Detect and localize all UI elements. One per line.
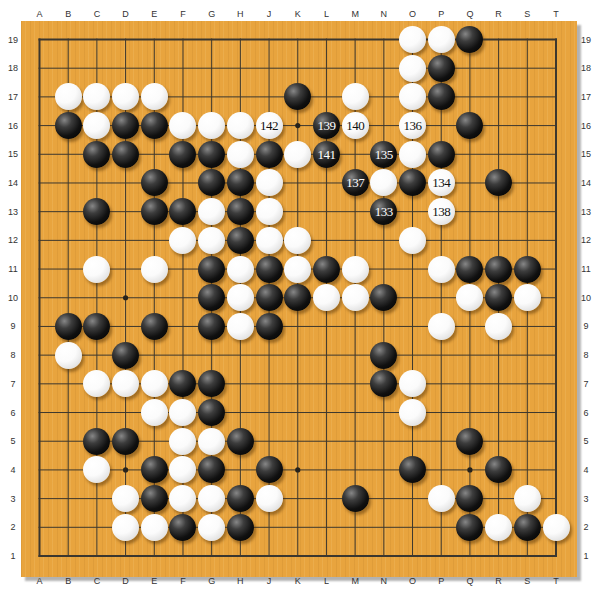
stone-black-G15[interactable]	[198, 141, 225, 168]
coord-label-top-J: J	[267, 9, 272, 19]
coord-label-top-C: C	[94, 9, 101, 19]
stone-white-J14[interactable]	[256, 169, 283, 196]
stone-black-H13[interactable]	[227, 198, 254, 225]
coord-label-left-9: 9	[10, 321, 15, 331]
coord-label-left-10: 10	[8, 293, 18, 303]
coord-label-top-N: N	[381, 9, 388, 19]
stone-black-G9[interactable]	[198, 313, 225, 340]
coord-label-left-12: 12	[8, 235, 18, 245]
coord-label-top-P: P	[438, 9, 444, 19]
stone-white-D3[interactable]	[112, 485, 139, 512]
coord-label-right-19: 19	[581, 35, 591, 45]
coord-label-bottom-A: A	[36, 576, 42, 586]
stone-black-R11[interactable]	[485, 256, 512, 283]
stone-black-J15[interactable]	[256, 141, 283, 168]
move-number-label: 138	[432, 205, 450, 218]
coord-label-bottom-D: D	[122, 576, 129, 586]
coord-label-right-9: 9	[583, 321, 588, 331]
stone-white-O12[interactable]	[399, 227, 426, 254]
stone-black-C15[interactable]	[83, 141, 110, 168]
stone-black-L16[interactable]: 139	[313, 112, 340, 139]
coord-label-right-14: 14	[581, 178, 591, 188]
stone-black-E3[interactable]	[141, 485, 168, 512]
coord-label-right-5: 5	[583, 436, 588, 446]
star-point-Q4	[467, 467, 472, 472]
stone-black-H2[interactable]	[227, 514, 254, 541]
stone-white-K12[interactable]	[284, 227, 311, 254]
coord-label-bottom-O: O	[409, 576, 416, 586]
stone-white-K11[interactable]	[284, 256, 311, 283]
stone-black-J9[interactable]	[256, 313, 283, 340]
stone-white-H9[interactable]	[227, 313, 254, 340]
coord-label-left-7: 7	[10, 379, 15, 389]
coord-label-top-A: A	[36, 9, 42, 19]
move-number-label: 139	[317, 119, 335, 132]
star-point-D4	[123, 467, 128, 472]
stone-black-S11[interactable]	[514, 256, 541, 283]
stone-black-D5[interactable]	[112, 428, 139, 455]
stone-white-B17[interactable]	[55, 83, 82, 110]
stone-black-Q2[interactable]	[456, 514, 483, 541]
coord-label-left-15: 15	[8, 149, 18, 159]
stone-black-J11[interactable]	[256, 256, 283, 283]
stone-white-O16[interactable]: 136	[399, 112, 426, 139]
coord-label-top-H: H	[237, 9, 244, 19]
coord-label-top-O: O	[409, 9, 416, 19]
move-number-label: 142	[260, 119, 278, 132]
coord-label-right-15: 15	[581, 149, 591, 159]
stone-white-R2[interactable]	[485, 514, 512, 541]
stone-black-E16[interactable]	[141, 112, 168, 139]
stone-black-H5[interactable]	[227, 428, 254, 455]
stone-black-E9[interactable]	[141, 313, 168, 340]
coord-label-top-R: R	[495, 9, 502, 19]
stone-white-O18[interactable]	[399, 55, 426, 82]
coord-label-left-18: 18	[8, 63, 18, 73]
move-number-label: 136	[404, 119, 422, 132]
coord-label-bottom-L: L	[324, 576, 329, 586]
stone-white-L10[interactable]	[313, 284, 340, 311]
stone-white-C11[interactable]	[83, 256, 110, 283]
coord-label-bottom-T: T	[553, 576, 559, 586]
coord-label-top-G: G	[208, 9, 215, 19]
stone-black-N15[interactable]: 135	[370, 141, 397, 168]
stone-black-Q5[interactable]	[456, 428, 483, 455]
coord-label-left-17: 17	[8, 92, 18, 102]
coord-label-left-6: 6	[10, 408, 15, 418]
coord-label-top-Q: Q	[466, 9, 473, 19]
move-number-label: 134	[432, 176, 450, 189]
stone-white-S10[interactable]	[514, 284, 541, 311]
stone-black-D16[interactable]	[112, 112, 139, 139]
stone-black-J4[interactable]	[256, 456, 283, 483]
coord-label-left-3: 3	[10, 494, 15, 504]
stone-white-H15[interactable]	[227, 141, 254, 168]
stone-white-M11[interactable]	[342, 256, 369, 283]
stone-white-H16[interactable]	[227, 112, 254, 139]
coord-label-bottom-G: G	[208, 576, 215, 586]
coord-label-left-11: 11	[8, 264, 17, 274]
coord-label-left-19: 19	[8, 35, 18, 45]
stone-white-J12[interactable]	[256, 227, 283, 254]
coord-label-top-B: B	[65, 9, 71, 19]
coord-label-bottom-E: E	[151, 576, 157, 586]
stone-white-P9[interactable]	[428, 313, 455, 340]
stone-white-K15[interactable]	[284, 141, 311, 168]
move-number-label: 140	[346, 119, 364, 132]
stone-black-E13[interactable]	[141, 198, 168, 225]
coord-label-left-8: 8	[10, 350, 15, 360]
coord-label-top-L: L	[324, 9, 329, 19]
stone-white-E6[interactable]	[141, 399, 168, 426]
go-board[interactable]: 142139140136141135137134133138	[21, 21, 577, 577]
coord-label-right-11: 11	[581, 264, 590, 274]
stone-black-P17[interactable]	[428, 83, 455, 110]
stone-black-M3[interactable]	[342, 485, 369, 512]
star-point-D10	[123, 295, 128, 300]
coord-label-top-D: D	[122, 9, 129, 19]
coord-label-bottom-F: F	[180, 576, 186, 586]
stone-black-H12[interactable]	[227, 227, 254, 254]
coord-label-left-4: 4	[10, 465, 15, 475]
coord-label-right-13: 13	[581, 207, 591, 217]
stone-black-H3[interactable]	[227, 485, 254, 512]
stone-black-N8[interactable]	[370, 342, 397, 369]
coord-label-top-E: E	[151, 9, 157, 19]
stone-black-L15[interactable]: 141	[313, 141, 340, 168]
stone-white-B8[interactable]	[55, 342, 82, 369]
stone-black-P18[interactable]	[428, 55, 455, 82]
stone-black-Q11[interactable]	[456, 256, 483, 283]
stone-white-D2[interactable]	[112, 514, 139, 541]
stone-white-O19[interactable]	[399, 26, 426, 53]
coord-label-right-12: 12	[581, 235, 591, 245]
stone-white-G12[interactable]	[198, 227, 225, 254]
stone-white-M10[interactable]	[342, 284, 369, 311]
go-board-app: 142139140136141135137134133138 ABCDEFGHJ…	[0, 0, 600, 600]
stone-white-P3[interactable]	[428, 485, 455, 512]
stone-white-G5[interactable]	[198, 428, 225, 455]
coord-label-bottom-K: K	[295, 576, 301, 586]
stone-white-H10[interactable]	[227, 284, 254, 311]
stone-black-D8[interactable]	[112, 342, 139, 369]
stone-white-F5[interactable]	[169, 428, 196, 455]
coord-label-bottom-H: H	[237, 576, 244, 586]
coord-label-right-16: 16	[581, 121, 591, 131]
stone-black-P15[interactable]	[428, 141, 455, 168]
stone-black-C5[interactable]	[83, 428, 110, 455]
coord-label-right-17: 17	[581, 92, 591, 102]
coord-label-right-3: 3	[583, 494, 588, 504]
stone-black-S2[interactable]	[514, 514, 541, 541]
stone-white-P19[interactable]	[428, 26, 455, 53]
coord-label-bottom-M: M	[351, 576, 359, 586]
stone-white-S3[interactable]	[514, 485, 541, 512]
stone-black-B9[interactable]	[55, 313, 82, 340]
stone-black-G11[interactable]	[198, 256, 225, 283]
coord-label-right-1: 1	[583, 551, 588, 561]
coord-label-top-K: K	[295, 9, 301, 19]
coord-label-right-10: 10	[581, 293, 591, 303]
stone-white-R9[interactable]	[485, 313, 512, 340]
stone-white-M17[interactable]	[342, 83, 369, 110]
star-point-K16	[295, 123, 300, 128]
move-number-label: 133	[375, 205, 393, 218]
coord-label-right-18: 18	[581, 63, 591, 73]
coord-label-right-6: 6	[583, 408, 588, 418]
stone-white-J3[interactable]	[256, 485, 283, 512]
coord-label-left-2: 2	[10, 522, 15, 532]
stone-black-B16[interactable]	[55, 112, 82, 139]
coord-label-top-S: S	[524, 9, 530, 19]
stone-black-D15[interactable]	[112, 141, 139, 168]
coord-label-bottom-J: J	[267, 576, 272, 586]
stone-black-J10[interactable]	[256, 284, 283, 311]
coord-label-top-F: F	[180, 9, 186, 19]
coord-label-top-M: M	[351, 9, 359, 19]
coord-label-left-13: 13	[8, 207, 18, 217]
stone-white-E11[interactable]	[141, 256, 168, 283]
stone-white-O6[interactable]	[399, 399, 426, 426]
move-number-label: 135	[375, 148, 393, 161]
stone-white-O15[interactable]	[399, 141, 426, 168]
coord-label-bottom-B: B	[65, 576, 71, 586]
stone-white-P11[interactable]	[428, 256, 455, 283]
coord-label-bottom-R: R	[495, 576, 502, 586]
stone-white-E17[interactable]	[141, 83, 168, 110]
stone-white-H11[interactable]	[227, 256, 254, 283]
star-point-K4	[295, 467, 300, 472]
coord-label-right-4: 4	[583, 465, 588, 475]
coord-label-bottom-P: P	[438, 576, 444, 586]
coord-label-bottom-S: S	[524, 576, 530, 586]
stone-black-L11[interactable]	[313, 256, 340, 283]
coord-label-left-16: 16	[8, 121, 18, 131]
stone-black-G6[interactable]	[198, 399, 225, 426]
stone-white-P13[interactable]: 138	[428, 198, 455, 225]
coord-label-bottom-N: N	[381, 576, 388, 586]
stone-white-J16[interactable]: 142	[256, 112, 283, 139]
coord-label-left-14: 14	[8, 178, 18, 188]
coord-label-bottom-C: C	[94, 576, 101, 586]
move-number-label: 141	[317, 148, 335, 161]
coord-label-right-7: 7	[583, 379, 588, 389]
coord-label-bottom-Q: Q	[466, 576, 473, 586]
stone-white-M16[interactable]: 140	[342, 112, 369, 139]
coord-label-top-T: T	[553, 9, 559, 19]
stone-white-P14[interactable]: 134	[428, 169, 455, 196]
stone-black-E4[interactable]	[141, 456, 168, 483]
move-number-label: 137	[346, 176, 364, 189]
coord-label-right-2: 2	[583, 522, 588, 532]
coord-label-right-8: 8	[583, 350, 588, 360]
stone-black-M14[interactable]: 137	[342, 169, 369, 196]
stone-white-G2[interactable]	[198, 514, 225, 541]
stone-white-E7[interactable]	[141, 370, 168, 397]
stone-white-J13[interactable]	[256, 198, 283, 225]
coord-label-left-1: 1	[10, 551, 15, 561]
stone-white-T2[interactable]	[543, 514, 570, 541]
stone-white-E2[interactable]	[141, 514, 168, 541]
coord-label-left-5: 5	[10, 436, 15, 446]
